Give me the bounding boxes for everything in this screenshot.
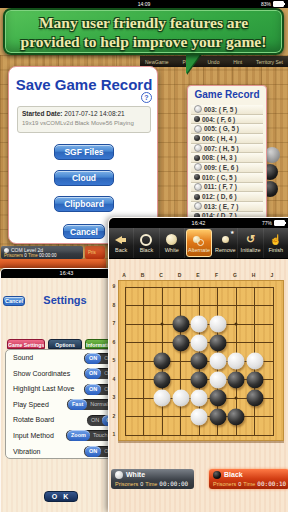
game-record-row[interactable]: 012: ( D, 6 ) (191, 192, 263, 202)
toggle-option-zoom[interactable]: Zoom (67, 430, 90, 441)
toolbar-button-label: Black (140, 247, 153, 253)
white-stone-icon (194, 125, 202, 133)
partial-label: Pris (88, 250, 96, 255)
black-stone-icon (194, 116, 200, 122)
white-button[interactable]: White (160, 228, 185, 258)
move-label: 012: ( D, 6 ) (202, 193, 237, 200)
settings-row-label: Show Coordinates (13, 370, 70, 377)
row-label: 5 (111, 357, 117, 363)
stone-black (154, 371, 171, 388)
black-button[interactable]: Black (134, 228, 159, 258)
settings-cancel-button[interactable]: Cancel (3, 296, 25, 306)
black-stone-icon (194, 135, 200, 141)
initialize-button[interactable]: ↺Initialize (238, 228, 263, 258)
column-label: C (156, 272, 166, 278)
sgf-files-button[interactable]: SGF Files (54, 144, 114, 160)
bg-toolbar-item[interactable]: NewGame (145, 59, 169, 65)
stone-white (191, 390, 208, 407)
white-time-value: 00:00:00 (159, 480, 188, 487)
stone-black (228, 371, 245, 388)
white-player-name: White (126, 471, 145, 479)
black-player-bar: Black Prisoners 0 Time 00:00:10 (209, 469, 288, 489)
hoshi-point (161, 323, 164, 326)
stone-white (246, 353, 263, 370)
alternate-stones-icon (193, 234, 204, 246)
toggle-option-on[interactable]: ON (85, 446, 101, 457)
move-label: 013: ( E, 7 ) (204, 203, 238, 210)
move-label: 011: ( F, 7 ) (204, 183, 237, 190)
time-value: 00:00:00 (39, 253, 57, 258)
toolbar-button-label: Finish (268, 247, 283, 253)
finish-button[interactable]: ☝Finish (264, 228, 288, 258)
dialog-cancel-button[interactable]: Cancel (63, 224, 105, 239)
white-stone-icon (194, 144, 202, 152)
white-stone-icon (194, 163, 202, 171)
game-record-row[interactable]: 004: ( F, 6 ) (191, 115, 263, 125)
toggle-option-on[interactable]: ON (85, 353, 101, 364)
back-button[interactable]: Back (109, 228, 134, 258)
bg-toolbar-item[interactable]: Undo (207, 59, 219, 65)
move-label: 010: ( C, 5 ) (202, 174, 237, 181)
cloud-button[interactable]: Cloud (54, 170, 114, 186)
settings-row-label: Sound (13, 354, 33, 361)
black-stone-icon (194, 174, 200, 180)
status-time: 14:09 (0, 0, 288, 8)
help-icon[interactable]: ? (141, 92, 152, 103)
prisoners-label: Prisoners (115, 481, 138, 488)
device-status-bar: 14:09 83% (0, 0, 288, 8)
stone-white (191, 408, 208, 425)
black-stone-icon (213, 471, 221, 479)
column-label: B (138, 272, 148, 278)
prisoners-count: 0 (24, 253, 27, 258)
row-label: 3 (111, 394, 117, 400)
background-bottom-strip (0, 259, 106, 268)
bg-toolbar-item[interactable]: Territory Set (256, 59, 283, 65)
white-stone-icon (194, 183, 202, 191)
bg-toolbar-item[interactable]: Hint (233, 59, 242, 65)
row-label: 2 (111, 413, 117, 419)
game-record-row[interactable]: 006: ( H, 4 ) (191, 134, 263, 144)
white-stone-icon (194, 105, 202, 113)
stone-white (154, 390, 171, 407)
stone-white (191, 334, 208, 351)
game-record-row[interactable]: 013: ( E, 7 ) (191, 202, 263, 212)
stone-black (172, 316, 189, 333)
started-date-label: Started Date: (22, 110, 62, 117)
toolbar-button-label: Back (115, 247, 127, 253)
white-stone-icon (194, 202, 202, 210)
column-label: G (230, 272, 240, 278)
game-record-row[interactable]: 011: ( F, 7 ) (191, 183, 263, 193)
game-record-title: Game Record (188, 89, 266, 100)
time-label: Time (243, 481, 255, 488)
screenshot-stage: 14:09 83% NewGamePassUndoHintTerritory S… (0, 0, 288, 512)
board-status-bar: 16:42 77% (109, 218, 288, 228)
black-prisoners-count: 0 (238, 481, 241, 488)
background-toolbar: NewGamePassUndoHintTerritory Set (140, 56, 288, 67)
stone-white (209, 353, 226, 370)
alternate-button[interactable]: Alternate (186, 229, 212, 257)
row-label: 1 (111, 431, 117, 437)
move-label: 005: ( G, 5 ) (204, 125, 239, 132)
settings-row-label: Rotate Board (13, 416, 54, 423)
move-label: 008: ( H, 3 ) (202, 154, 237, 161)
toggle-option-on[interactable]: ON (85, 384, 101, 395)
stone-black (191, 353, 208, 370)
row-label: 7 (111, 320, 117, 326)
game-record-list: 003: ( F, 5 )004: ( F, 6 )005: ( G, 5 )0… (191, 105, 263, 221)
black-stone-icon (194, 194, 200, 200)
stone-black (209, 408, 226, 425)
banner-line2: provided to help improve your game! (5, 32, 282, 51)
toolbar-button-label: Initialize (241, 247, 261, 253)
background-player-bar-com: COM Level 2d Prisoners 0 Time 00:00:00 (1, 246, 83, 259)
toolbar-button-label: Alternate (188, 247, 210, 253)
time-label: Time (145, 481, 157, 488)
black-stone-outline-icon (140, 234, 152, 246)
stone-black (209, 390, 226, 407)
stone-white (209, 371, 226, 388)
row-label: 9 (111, 283, 117, 289)
board-battery-percent: 77% (262, 220, 272, 226)
board-battery-icon (274, 220, 285, 226)
board-screen: 16:42 77% BackBlackWhiteAlternate★Remove… (108, 217, 288, 512)
column-label: F (212, 272, 222, 278)
board-toolbar: BackBlackWhiteAlternate★Remove↺Initializ… (109, 228, 288, 259)
row-label: 4 (111, 376, 117, 382)
game-record-row[interactable]: 003: ( F, 5 ) (191, 105, 263, 115)
white-prisoners-count: 0 (140, 481, 143, 488)
settings-row-label: Vibration (13, 448, 41, 455)
stone-black (172, 334, 189, 351)
settings-row-label: Highlight Last Move (13, 385, 74, 392)
go-board[interactable] (118, 280, 284, 441)
stone-black (154, 353, 171, 370)
settings-row-label: Play Speed (13, 401, 49, 408)
settings-title: Settings (35, 294, 95, 306)
toolbar-button-label: Remove (215, 247, 235, 253)
stone-black (246, 371, 263, 388)
battery-icon (273, 1, 284, 7)
started-date-value: 2017-07-12 14:08:21 (64, 110, 124, 117)
black-player-name: Black (224, 471, 243, 479)
column-label: A (119, 272, 129, 278)
tab-game-settings[interactable]: Game Settings (7, 339, 45, 349)
background-player-bar-partial: Pris (85, 246, 105, 259)
move-label: 009: ( E, 6 ) (204, 164, 238, 171)
black-time-value: 00:00:10 (257, 480, 286, 487)
banner-tail (186, 52, 202, 74)
prisoners-label: Prisoners (4, 253, 23, 258)
initialize-undo-icon: ↺ (246, 234, 255, 246)
stone-white (191, 316, 208, 333)
game-record-row[interactable]: 010: ( C, 5 ) (191, 173, 263, 183)
row-label: 8 (111, 302, 117, 308)
row-label: 6 (111, 339, 117, 345)
stone-white (172, 390, 189, 407)
board-grid (125, 287, 274, 436)
move-label: 007: ( H, 5 ) (204, 145, 239, 152)
promo-banner: Many user friendly features are provided… (3, 8, 284, 55)
remove-button[interactable]: ★Remove (213, 228, 238, 258)
game-info-box: Started Date: 2017-07-12 14:08:21 19x19 … (17, 106, 151, 133)
white-stone-icon (166, 234, 177, 246)
hoshi-point (235, 397, 238, 400)
game-record-row[interactable]: 008: ( H, 3 ) (191, 153, 263, 163)
banner-line1: Many user friendly features are (5, 13, 282, 32)
stone-black (191, 371, 208, 388)
ok-button[interactable]: O K (44, 491, 78, 502)
game-record-panel: Game Record 003: ( F, 5 )004: ( F, 6 )00… (187, 85, 267, 223)
stone-black (209, 334, 226, 351)
column-label: E (193, 272, 203, 278)
stone-black (246, 390, 263, 407)
game-info-text: 19x19 vsCOMLv2d Black Move56 Playing (22, 120, 146, 126)
battery-percent: 83% (261, 0, 271, 8)
settings-row-label: Input Method (13, 432, 54, 439)
black-stone-icon (194, 155, 200, 161)
back-arrow-icon (115, 234, 127, 246)
white-stone-icon (115, 471, 123, 479)
finish-hand-icon: ☝ (270, 234, 282, 246)
time-label: Time (28, 253, 38, 258)
white-stone-icon (4, 248, 9, 253)
column-label: J (267, 272, 277, 278)
stone-white (209, 316, 226, 333)
hoshi-point (235, 323, 238, 326)
toggle-option-on[interactable]: ON (88, 416, 102, 425)
white-player-bar: White Prisoners 0 Time 00:00:00 (111, 469, 194, 489)
clipboard-button[interactable]: Clipboard (54, 196, 114, 212)
remove-stone-icon: ★ (222, 234, 229, 246)
move-label: 004: ( F, 6 ) (202, 116, 235, 123)
prisoners-label: Prisoners (213, 481, 236, 488)
toolbar-button-label: White (165, 247, 179, 253)
game-record-row[interactable]: 007: ( H, 5 ) (191, 144, 263, 154)
tab-options[interactable]: Options (48, 339, 82, 349)
dialog-title: Save Game Record (9, 76, 159, 93)
move-label: 006: ( H, 4 ) (202, 135, 237, 142)
stone-black (228, 408, 245, 425)
column-label: H (249, 272, 259, 278)
stone-white (228, 353, 245, 370)
toggle-option-fast[interactable]: Fast (68, 399, 87, 410)
game-record-row[interactable]: 009: ( E, 6 ) (191, 163, 263, 173)
move-label: 003: ( F, 5 ) (204, 106, 237, 113)
column-label: D (175, 272, 185, 278)
game-record-row[interactable]: 005: ( G, 5 ) (191, 124, 263, 134)
toggle-option-on[interactable]: ON (85, 368, 101, 379)
